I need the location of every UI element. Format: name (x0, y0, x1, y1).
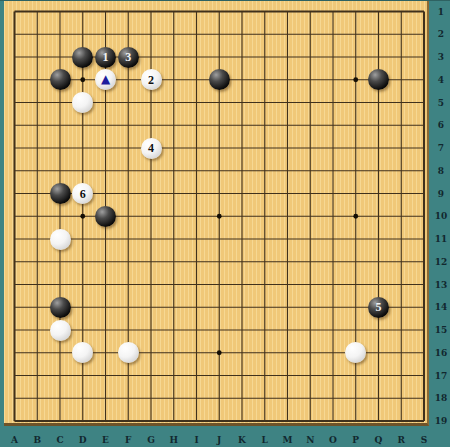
move-number: 5 (376, 301, 382, 313)
col-label-P: P (352, 435, 359, 445)
row-label-8: 8 (438, 166, 444, 176)
row-label-6: 6 (438, 120, 444, 130)
stone-black-D3[interactable] (72, 47, 93, 68)
stone-black-Q14[interactable]: 5 (368, 297, 389, 318)
row-label-7: 7 (438, 143, 444, 153)
row-label-16: 16 (435, 348, 448, 358)
star-point (353, 77, 358, 82)
stone-black-J4[interactable] (209, 69, 230, 90)
stone-black-C9[interactable] (50, 183, 71, 204)
col-label-H: H (169, 435, 178, 445)
col-label-K: K (238, 435, 246, 445)
row-label-14: 14 (435, 302, 448, 312)
move-number: 6 (80, 187, 86, 199)
row-label-3: 3 (438, 52, 444, 62)
go-diagram-frame: 135▲246 ABCDEFGHIJKLMNOPQRS 123456789101… (0, 0, 450, 447)
star-point (217, 350, 222, 355)
go-board[interactable]: 135▲246 (4, 1, 429, 426)
row-label-2: 2 (438, 29, 444, 39)
star-point (80, 77, 85, 82)
col-label-J: J (217, 435, 221, 445)
row-label-11: 11 (435, 234, 448, 244)
stone-black-C14[interactable] (50, 297, 71, 318)
grid-lines (4, 1, 430, 426)
col-label-S: S (421, 435, 428, 445)
col-label-O: O (329, 435, 337, 445)
stone-black-E3[interactable]: 1 (95, 47, 116, 68)
row-label-4: 4 (438, 75, 444, 85)
col-label-F: F (125, 435, 131, 445)
col-label-R: R (398, 435, 405, 445)
row-label-17: 17 (435, 371, 448, 381)
col-label-G: G (147, 435, 155, 445)
col-label-L: L (262, 435, 268, 445)
row-label-12: 12 (435, 257, 448, 267)
triangle-marker-icon: ▲ (101, 73, 110, 85)
move-number: 3 (125, 51, 131, 63)
col-label-M: M (283, 435, 293, 445)
col-label-C: C (56, 435, 63, 445)
stone-white-C11[interactable] (50, 229, 71, 250)
stone-white-G7[interactable]: 4 (141, 138, 162, 159)
row-label-9: 9 (438, 189, 444, 199)
col-label-D: D (79, 435, 87, 445)
stone-black-E10[interactable] (95, 206, 116, 227)
col-label-E: E (102, 435, 109, 445)
stone-black-C4[interactable] (50, 69, 71, 90)
star-point (353, 214, 358, 219)
row-label-19: 19 (435, 416, 448, 426)
col-label-A: A (11, 435, 18, 445)
col-label-B: B (33, 435, 41, 445)
row-label-5: 5 (438, 98, 444, 108)
star-point (80, 214, 85, 219)
move-number: 4 (148, 142, 154, 154)
row-label-18: 18 (435, 393, 448, 403)
row-label-13: 13 (435, 280, 448, 290)
row-label-1: 1 (438, 7, 444, 17)
stone-black-F3[interactable]: 3 (118, 47, 139, 68)
stone-white-F16[interactable] (118, 342, 139, 363)
col-label-I: I (194, 435, 198, 445)
col-label-N: N (306, 435, 314, 445)
move-number: 2 (148, 73, 154, 85)
row-label-10: 10 (435, 211, 448, 221)
stone-white-G4[interactable]: 2 (141, 69, 162, 90)
star-point (217, 214, 222, 219)
move-number: 1 (103, 51, 109, 63)
row-label-15: 15 (435, 325, 448, 335)
col-label-Q: Q (375, 435, 383, 445)
stone-white-C15[interactable] (50, 320, 71, 341)
